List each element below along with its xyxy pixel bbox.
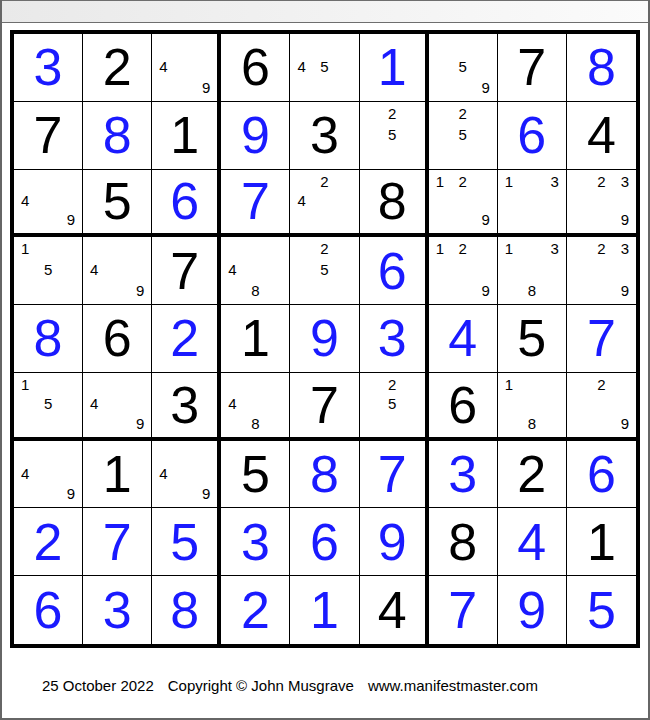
candidate-grid: 49 — [14, 441, 82, 508]
candidate-grid: 15 — [14, 237, 82, 304]
candidate-digit: 1 — [436, 241, 444, 256]
given-digit: 2 — [103, 41, 132, 93]
given-digit: 7 — [517, 41, 546, 93]
solved-digit: 7 — [587, 312, 616, 364]
cell-r1c6[interactable]: 1 — [360, 34, 429, 102]
candidate-digit: 9 — [621, 283, 629, 298]
solved-digit: 8 — [170, 584, 199, 636]
given-digit: 7 — [170, 245, 199, 297]
candidate-grid: 48 — [221, 373, 289, 437]
given-digit: 7 — [310, 379, 339, 431]
cell-r6c2[interactable]: 49 — [83, 373, 152, 441]
cell-r9c3[interactable]: 8 — [152, 576, 221, 644]
cell-r5c3[interactable]: 2 — [152, 305, 221, 373]
cell-r6c7[interactable]: 6 — [429, 373, 498, 441]
cell-r4c5[interactable]: 25 — [290, 237, 359, 305]
cell-r3c5[interactable]: 24 — [290, 170, 359, 238]
solved-digit: 6 — [587, 448, 616, 500]
cell-r9c5[interactable]: 1 — [290, 576, 359, 644]
candidate-digit: 5 — [459, 127, 467, 142]
cell-r6c9[interactable]: 29 — [567, 373, 636, 441]
candidate-grid: 45 — [290, 34, 358, 101]
solved-digit: 2 — [34, 516, 63, 568]
cell-r9c9[interactable]: 5 — [567, 576, 636, 644]
cell-r2c4[interactable]: 9 — [221, 102, 290, 170]
candidate-digit: 5 — [320, 262, 328, 277]
candidate-digit: 4 — [228, 262, 236, 277]
candidate-digit: 3 — [551, 241, 559, 256]
candidate-digit: 9 — [481, 283, 489, 298]
candidate-digit: 2 — [459, 106, 467, 121]
candidate-grid: 48 — [221, 237, 289, 304]
candidate-digit: 3 — [621, 241, 629, 256]
solved-digit: 9 — [517, 584, 546, 636]
footer-url: www.manifestmaster.com — [368, 677, 538, 694]
cell-r7c3[interactable]: 49 — [152, 441, 221, 509]
given-digit: 2 — [517, 448, 546, 500]
solved-digit: 2 — [170, 312, 199, 364]
candidate-digit: 9 — [136, 416, 144, 431]
cell-r3c3[interactable]: 6 — [152, 170, 221, 238]
candidate-digit: 3 — [551, 174, 559, 189]
candidate-digit: 9 — [481, 80, 489, 95]
candidate-grid: 49 — [83, 237, 151, 304]
solved-digit: 6 — [170, 175, 199, 227]
candidate-grid: 49 — [14, 170, 82, 234]
given-digit: 3 — [310, 109, 339, 161]
candidate-grid: 25 — [429, 102, 497, 169]
candidate-grid: 18 — [498, 373, 566, 437]
candidate-digit: 2 — [388, 106, 396, 121]
solved-digit: 1 — [378, 41, 407, 93]
candidate-grid: 239 — [567, 170, 636, 234]
cell-r8c1[interactable]: 2 — [14, 508, 83, 576]
candidate-digit: 5 — [44, 262, 52, 277]
candidate-digit: 5 — [44, 396, 52, 411]
given-digit: 5 — [241, 448, 270, 500]
given-digit: 5 — [517, 312, 546, 364]
candidate-grid: 49 — [152, 441, 217, 508]
candidate-digit: 9 — [202, 80, 210, 95]
sudoku-board: 3249645159787819325256449567248129132391… — [10, 30, 640, 648]
cell-r9c6[interactable]: 4 — [360, 576, 429, 644]
cell-r2c6[interactable]: 25 — [360, 102, 429, 170]
given-digit: 4 — [587, 109, 616, 161]
solved-digit: 6 — [310, 516, 339, 568]
cell-r5c1[interactable]: 8 — [14, 305, 83, 373]
cell-r6c6[interactable]: 25 — [360, 373, 429, 441]
candidate-grid: 49 — [83, 373, 151, 437]
footer-date: 25 October 2022 — [42, 677, 154, 694]
solved-digit: 8 — [103, 109, 132, 161]
cell-r1c4[interactable]: 6 — [221, 34, 290, 102]
candidate-digit: 4 — [159, 59, 167, 74]
cell-r4c9[interactable]: 239 — [567, 237, 636, 305]
given-digit: 6 — [103, 312, 132, 364]
cell-r8c2[interactable]: 7 — [83, 508, 152, 576]
cell-r6c8[interactable]: 18 — [498, 373, 567, 441]
solved-digit: 3 — [34, 41, 63, 93]
candidate-digit: 8 — [528, 283, 536, 298]
candidate-digit: 2 — [320, 241, 328, 256]
solved-digit: 3 — [241, 516, 270, 568]
cell-r4c6[interactable]: 6 — [360, 237, 429, 305]
candidate-grid: 25 — [290, 237, 358, 304]
cell-r5c9[interactable]: 7 — [567, 305, 636, 373]
solved-digit: 7 — [241, 175, 270, 227]
candidate-digit: 3 — [621, 174, 629, 189]
candidate-digit: 8 — [528, 416, 536, 431]
candidate-digit: 4 — [159, 466, 167, 481]
candidate-digit: 1 — [436, 174, 444, 189]
cell-r5c8[interactable]: 5 — [498, 305, 567, 373]
cell-r4c8[interactable]: 138 — [498, 237, 567, 305]
cell-r2c3[interactable]: 1 — [152, 102, 221, 170]
cell-r2c9[interactable]: 4 — [567, 102, 636, 170]
cell-r1c8[interactable]: 7 — [498, 34, 567, 102]
solved-digit: 2 — [241, 584, 270, 636]
cell-r4c2[interactable]: 49 — [83, 237, 152, 305]
candidate-digit: 9 — [202, 486, 210, 501]
cell-r1c2[interactable]: 2 — [83, 34, 152, 102]
given-digit: 8 — [378, 175, 407, 227]
solved-digit: 6 — [378, 245, 407, 297]
solved-digit: 4 — [517, 516, 546, 568]
candidate-digit: 1 — [505, 377, 513, 392]
cell-r9c1[interactable]: 6 — [14, 576, 83, 644]
cell-r5c2[interactable]: 6 — [83, 305, 152, 373]
candidate-digit: 2 — [459, 174, 467, 189]
solved-digit: 8 — [34, 312, 63, 364]
cell-r6c5[interactable]: 7 — [290, 373, 359, 441]
cell-r1c5[interactable]: 45 — [290, 34, 359, 102]
solved-digit: 1 — [310, 584, 339, 636]
candidate-digit: 1 — [505, 174, 513, 189]
cell-r7c4[interactable]: 5 — [221, 441, 290, 509]
cell-r4c7[interactable]: 129 — [429, 237, 498, 305]
candidate-digit: 5 — [388, 127, 396, 142]
cell-r3c1[interactable]: 49 — [14, 170, 83, 238]
cell-r8c6[interactable]: 9 — [360, 508, 429, 576]
cell-r8c9[interactable]: 1 — [567, 508, 636, 576]
given-digit: 3 — [170, 379, 199, 431]
candidate-grid: 15 — [14, 373, 82, 437]
solved-digit: 7 — [378, 448, 407, 500]
cell-r3c6[interactable]: 8 — [360, 170, 429, 238]
cell-r3c2[interactable]: 5 — [83, 170, 152, 238]
candidate-digit: 8 — [251, 283, 259, 298]
cell-r6c3[interactable]: 3 — [152, 373, 221, 441]
solved-digit: 3 — [103, 584, 132, 636]
candidate-digit: 4 — [21, 193, 29, 208]
cell-r8c8[interactable]: 4 — [498, 508, 567, 576]
solved-digit: 3 — [378, 312, 407, 364]
cell-r8c3[interactable]: 5 — [152, 508, 221, 576]
candidate-digit: 9 — [136, 283, 144, 298]
cell-r1c1[interactable]: 3 — [14, 34, 83, 102]
solved-digit: 6 — [34, 584, 63, 636]
cell-r1c3[interactable]: 49 — [152, 34, 221, 102]
cell-r7c6[interactable]: 7 — [360, 441, 429, 509]
solved-digit: 4 — [448, 312, 477, 364]
cell-r5c5[interactable]: 9 — [290, 305, 359, 373]
candidate-digit: 9 — [621, 416, 629, 431]
solved-digit: 9 — [310, 312, 339, 364]
cell-r6c1[interactable]: 15 — [14, 373, 83, 441]
cell-r8c7[interactable]: 8 — [429, 508, 498, 576]
solved-digit: 7 — [448, 584, 477, 636]
candidate-digit: 2 — [320, 174, 328, 189]
candidate-digit: 5 — [459, 59, 467, 74]
cell-r4c4[interactable]: 48 — [221, 237, 290, 305]
cell-r7c9[interactable]: 6 — [567, 441, 636, 509]
cell-r3c7[interactable]: 129 — [429, 170, 498, 238]
candidate-digit: 5 — [388, 396, 396, 411]
cell-r4c3[interactable]: 7 — [152, 237, 221, 305]
cell-r9c7[interactable]: 7 — [429, 576, 498, 644]
candidate-grid: 25 — [360, 373, 425, 437]
candidate-digit: 4 — [90, 262, 98, 277]
given-digit: 6 — [448, 379, 477, 431]
footer: 25 October 2022Copyright © John Musgrave… — [42, 677, 552, 694]
given-digit: 4 — [378, 584, 407, 636]
candidate-grid: 59 — [429, 34, 497, 101]
given-digit: 1 — [103, 448, 132, 500]
cell-r7c8[interactable]: 2 — [498, 441, 567, 509]
candidate-grid: 129 — [429, 170, 497, 234]
cell-r1c7[interactable]: 59 — [429, 34, 498, 102]
solved-digit: 5 — [170, 516, 199, 568]
candidate-grid: 29 — [567, 373, 636, 437]
cell-r5c6[interactable]: 3 — [360, 305, 429, 373]
cell-r1c9[interactable]: 8 — [567, 34, 636, 102]
footer-copyright: Copyright © John Musgrave — [168, 677, 354, 694]
candidate-digit: 9 — [481, 212, 489, 227]
cell-r9c2[interactable]: 3 — [83, 576, 152, 644]
solved-digit: 8 — [310, 448, 339, 500]
cell-r9c4[interactable]: 2 — [221, 576, 290, 644]
candidate-digit: 2 — [597, 174, 605, 189]
candidate-digit: 2 — [388, 377, 396, 392]
given-digit: 6 — [241, 41, 270, 93]
cell-r3c9[interactable]: 239 — [567, 170, 636, 238]
given-digit: 8 — [448, 516, 477, 568]
candidate-digit: 4 — [21, 466, 29, 481]
given-digit: 1 — [170, 109, 199, 161]
candidate-digit: 2 — [459, 241, 467, 256]
given-digit: 5 — [103, 175, 132, 227]
cell-r9c8[interactable]: 9 — [498, 576, 567, 644]
cell-r2c8[interactable]: 6 — [498, 102, 567, 170]
given-digit: 1 — [587, 516, 616, 568]
cell-r3c4[interactable]: 7 — [221, 170, 290, 238]
candidate-digit: 9 — [67, 212, 75, 227]
candidate-digit: 2 — [597, 241, 605, 256]
cell-r8c5[interactable]: 6 — [290, 508, 359, 576]
solved-digit: 5 — [587, 584, 616, 636]
candidate-digit: 4 — [228, 396, 236, 411]
cell-r3c8[interactable]: 13 — [498, 170, 567, 238]
cell-r2c2[interactable]: 8 — [83, 102, 152, 170]
cell-r4c1[interactable]: 15 — [14, 237, 83, 305]
cell-r2c5[interactable]: 3 — [290, 102, 359, 170]
candidate-digit: 4 — [90, 396, 98, 411]
solved-digit: 8 — [587, 41, 616, 93]
cell-r5c4[interactable]: 1 — [221, 305, 290, 373]
given-digit: 1 — [241, 312, 270, 364]
solved-digit: 9 — [378, 516, 407, 568]
solved-digit: 9 — [241, 109, 270, 161]
cell-r7c1[interactable]: 49 — [14, 441, 83, 509]
candidate-digit: 2 — [597, 377, 605, 392]
candidate-grid: 49 — [152, 34, 217, 101]
candidate-digit: 1 — [21, 377, 29, 392]
cell-r8c4[interactable]: 3 — [221, 508, 290, 576]
candidate-digit: 4 — [297, 59, 305, 74]
candidate-digit: 8 — [251, 416, 259, 431]
title-bar — [0, 0, 650, 23]
solved-digit: 7 — [103, 516, 132, 568]
candidate-digit: 9 — [621, 212, 629, 227]
cell-r2c7[interactable]: 25 — [429, 102, 498, 170]
candidate-grid: 25 — [360, 102, 425, 169]
cell-r7c5[interactable]: 8 — [290, 441, 359, 509]
candidate-digit: 1 — [505, 241, 513, 256]
candidate-digit: 5 — [320, 59, 328, 74]
given-digit: 7 — [34, 109, 63, 161]
candidate-grid: 138 — [498, 237, 566, 304]
candidate-grid: 129 — [429, 237, 497, 304]
candidate-grid: 13 — [498, 170, 566, 234]
candidate-grid: 24 — [290, 170, 358, 234]
cell-r7c7[interactable]: 3 — [429, 441, 498, 509]
candidate-digit: 1 — [21, 241, 29, 256]
cell-r2c1[interactable]: 7 — [14, 102, 83, 170]
candidate-grid: 239 — [567, 237, 636, 304]
cell-r6c4[interactable]: 48 — [221, 373, 290, 441]
solved-digit: 6 — [517, 109, 546, 161]
solved-digit: 3 — [448, 448, 477, 500]
candidate-digit: 9 — [67, 486, 75, 501]
cell-r7c2[interactable]: 1 — [83, 441, 152, 509]
cell-r5c7[interactable]: 4 — [429, 305, 498, 373]
candidate-digit: 4 — [297, 193, 305, 208]
